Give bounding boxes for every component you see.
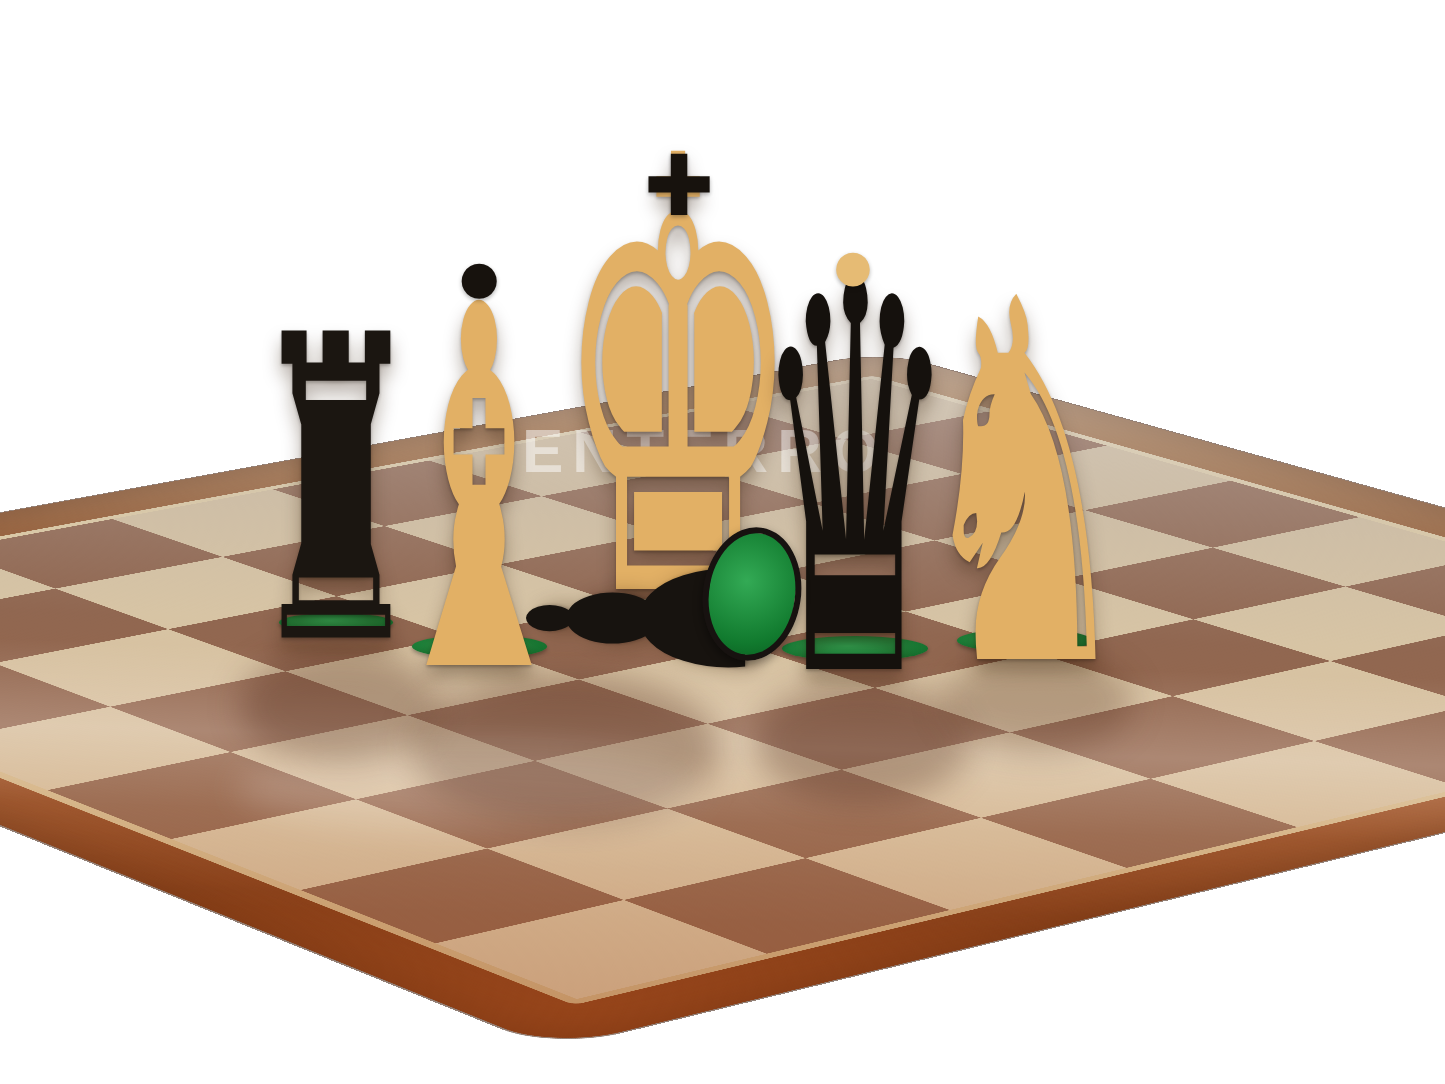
- white-king-piece-finial: ✚: [644, 144, 714, 228]
- pieces-layer: ♜♝●♚✚♛●♞♟: [0, 0, 1445, 1084]
- photo-stage: ENTERRO ♜♝●♚✚♛●♞♟: [0, 0, 1445, 1084]
- white-bishop-piece-finial: ●: [459, 254, 499, 300]
- white-knight-piece[interactable]: ♞: [912, 236, 1136, 736]
- black-queen-piece-finial: ●: [834, 244, 872, 288]
